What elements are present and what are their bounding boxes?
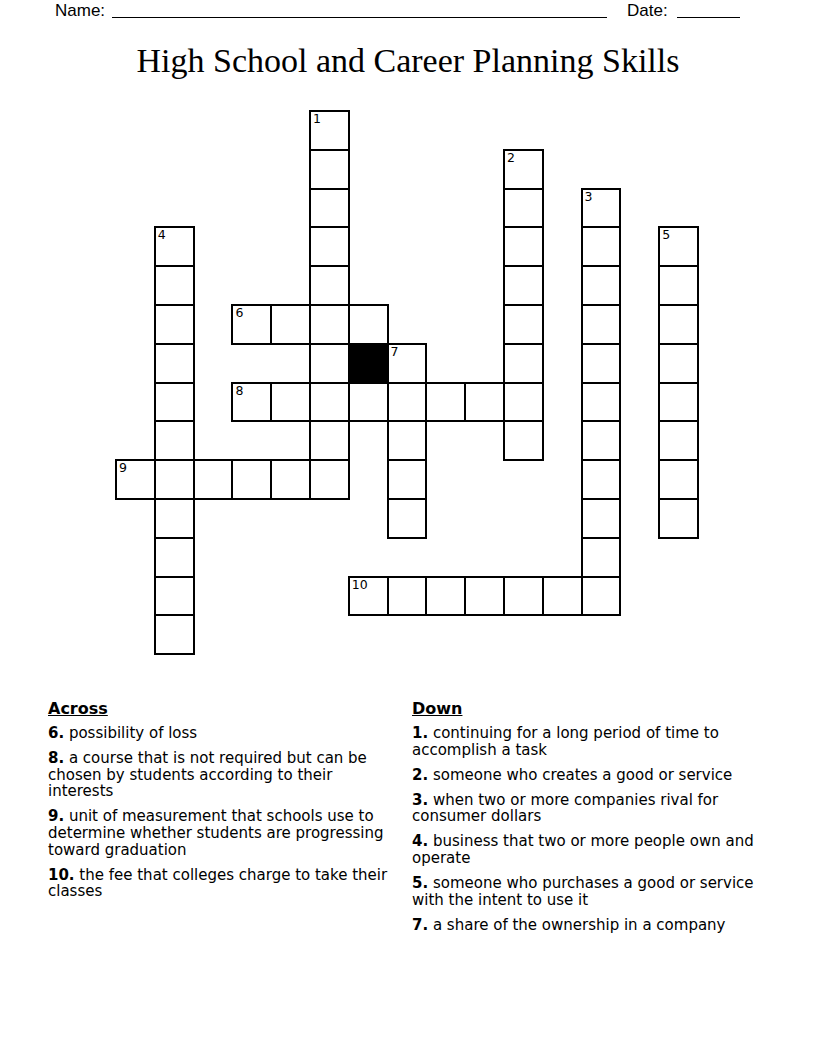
grid-cell[interactable]: 3 bbox=[581, 188, 622, 229]
clue-number: 7 bbox=[391, 345, 399, 358]
clue-number-label: 4. bbox=[412, 832, 428, 850]
grid-cell[interactable]: 1 bbox=[309, 110, 350, 151]
grid-cell[interactable] bbox=[154, 614, 195, 655]
grid-cell[interactable] bbox=[387, 420, 428, 461]
grid-cell[interactable] bbox=[154, 576, 195, 617]
grid-cell[interactable] bbox=[658, 304, 699, 345]
date-blank-line bbox=[677, 17, 740, 18]
clue-down-1: 1. continuing for a long period of time … bbox=[412, 725, 757, 758]
clue-number: 8 bbox=[235, 384, 243, 397]
grid-cell[interactable]: 9 bbox=[115, 459, 156, 500]
grid-cell[interactable] bbox=[503, 304, 544, 345]
name-label: Name: bbox=[55, 1, 105, 21]
grid-cell[interactable] bbox=[387, 498, 428, 539]
grid-cell[interactable] bbox=[503, 420, 544, 461]
grid-cell[interactable] bbox=[309, 188, 350, 229]
grid-cell[interactable] bbox=[581, 382, 622, 423]
grid-cell[interactable]: 5 bbox=[658, 226, 699, 267]
name-blank-line bbox=[112, 17, 607, 18]
clue-across-10: 10. the fee that colleges charge to take… bbox=[48, 867, 396, 900]
grid-cell[interactable] bbox=[658, 459, 699, 500]
grid-cell[interactable] bbox=[581, 226, 622, 267]
clue-number-label: 8. bbox=[48, 749, 64, 767]
grid-cell[interactable] bbox=[658, 498, 699, 539]
across-clues-section: Across 6. possibility of loss8. a course… bbox=[48, 699, 396, 908]
grid-cell[interactable] bbox=[309, 343, 350, 384]
grid-cell[interactable] bbox=[581, 498, 622, 539]
grid-cell[interactable] bbox=[658, 343, 699, 384]
grid-cell[interactable] bbox=[309, 265, 350, 306]
grid-cell[interactable] bbox=[154, 382, 195, 423]
grid-cell[interactable] bbox=[309, 382, 350, 423]
grid-cell[interactable] bbox=[658, 382, 699, 423]
grid-cell[interactable] bbox=[503, 188, 544, 229]
down-clues-section: Down 1. continuing for a long period of … bbox=[412, 699, 757, 942]
date-label: Date: bbox=[627, 1, 668, 21]
grid-cell[interactable] bbox=[503, 226, 544, 267]
clue-number-label: 9. bbox=[48, 807, 64, 825]
clue-down-7: 7. a share of the ownership in a company bbox=[412, 917, 757, 934]
grid-cell[interactable] bbox=[581, 265, 622, 306]
grid-cell[interactable] bbox=[581, 537, 622, 578]
grid-cell[interactable] bbox=[581, 576, 622, 617]
grid-cell[interactable] bbox=[309, 304, 350, 345]
clue-number-label: 10. bbox=[48, 866, 75, 884]
grid-cell[interactable] bbox=[154, 343, 195, 384]
grid-cell[interactable]: 10 bbox=[348, 576, 389, 617]
clue-down-2: 2. someone who creates a good or service bbox=[412, 767, 757, 784]
grid-cell[interactable] bbox=[581, 459, 622, 500]
grid-cell[interactable] bbox=[348, 304, 389, 345]
across-clues-list: 6. possibility of loss8. a course that i… bbox=[48, 725, 396, 900]
grid-cell[interactable]: 8 bbox=[231, 382, 272, 423]
grid-cell[interactable] bbox=[309, 226, 350, 267]
clue-across-6: 6. possibility of loss bbox=[48, 725, 396, 742]
grid-cell[interactable] bbox=[154, 459, 195, 500]
clue-down-4: 4. business that two or more people own … bbox=[412, 833, 757, 866]
grid-cell[interactable] bbox=[503, 343, 544, 384]
grid-cell[interactable] bbox=[154, 498, 195, 539]
grid-cell[interactable] bbox=[270, 459, 311, 500]
grid-cell[interactable] bbox=[193, 459, 234, 500]
grid-cell[interactable] bbox=[270, 382, 311, 423]
grid-cell[interactable] bbox=[503, 382, 544, 423]
clue-number: 6 bbox=[235, 306, 243, 319]
across-header: Across bbox=[48, 699, 396, 718]
clue-number: 3 bbox=[585, 190, 593, 203]
clue-number-label: 6. bbox=[48, 724, 64, 742]
clue-number: 5 bbox=[662, 228, 670, 241]
clue-number-label: 3. bbox=[412, 791, 428, 809]
clue-number-label: 7. bbox=[412, 916, 428, 934]
down-clues-list: 1. continuing for a long period of time … bbox=[412, 725, 757, 933]
clue-number: 1 bbox=[313, 112, 321, 125]
grid-cell[interactable] bbox=[581, 304, 622, 345]
clue-number-label: 1. bbox=[412, 724, 428, 742]
grid-cell[interactable]: 4 bbox=[154, 226, 195, 267]
grid-cell[interactable] bbox=[270, 304, 311, 345]
grid-cell[interactable]: 2 bbox=[503, 149, 544, 190]
puzzle-title: High School and Career Planning Skills bbox=[0, 42, 816, 80]
grid-cell[interactable] bbox=[309, 420, 350, 461]
grid-cell[interactable] bbox=[542, 576, 583, 617]
worksheet-page: Name: Date: High School and Career Plann… bbox=[0, 0, 816, 1056]
grid-cell[interactable]: 7 bbox=[387, 343, 428, 384]
clue-number: 4 bbox=[158, 228, 166, 241]
grid-cell[interactable] bbox=[503, 576, 544, 617]
grid-cell[interactable] bbox=[464, 576, 505, 617]
down-header: Down bbox=[412, 699, 757, 718]
grid-cell[interactable] bbox=[387, 459, 428, 500]
clue-number: 9 bbox=[119, 461, 127, 474]
grid-cell[interactable] bbox=[309, 149, 350, 190]
clue-number: 2 bbox=[507, 151, 515, 164]
grid-cell[interactable] bbox=[503, 265, 544, 306]
grid-cell[interactable] bbox=[154, 265, 195, 306]
grid-cell[interactable] bbox=[154, 304, 195, 345]
grid-cell[interactable] bbox=[309, 459, 350, 500]
grid-cell[interactable] bbox=[348, 382, 389, 423]
crossword-grid: 12345678910 bbox=[115, 110, 701, 658]
grid-cell[interactable] bbox=[387, 382, 428, 423]
grid-cell[interactable] bbox=[425, 576, 466, 617]
grid-cell[interactable] bbox=[425, 382, 466, 423]
grid-cell[interactable]: 6 bbox=[231, 304, 272, 345]
clue-across-9: 9. unit of measurement that schools use … bbox=[48, 808, 396, 858]
clue-number: 10 bbox=[352, 578, 368, 591]
grid-cell[interactable] bbox=[658, 420, 699, 461]
clue-down-3: 3. when two or more companies rival for … bbox=[412, 792, 757, 825]
grid-cell[interactable] bbox=[464, 382, 505, 423]
clue-number-label: 5. bbox=[412, 874, 428, 892]
grid-cell[interactable] bbox=[231, 459, 272, 500]
grid-cell[interactable] bbox=[387, 576, 428, 617]
clue-down-5: 5. someone who purchases a good or servi… bbox=[412, 875, 757, 908]
clue-number-label: 2. bbox=[412, 766, 428, 784]
blocked-cell bbox=[348, 343, 389, 384]
grid-cell[interactable] bbox=[154, 537, 195, 578]
grid-cell[interactable] bbox=[154, 420, 195, 461]
grid-cell[interactable] bbox=[581, 420, 622, 461]
clue-across-8: 8. a course that is not required but can… bbox=[48, 750, 396, 800]
grid-cell[interactable] bbox=[581, 343, 622, 384]
grid-cell[interactable] bbox=[658, 265, 699, 306]
